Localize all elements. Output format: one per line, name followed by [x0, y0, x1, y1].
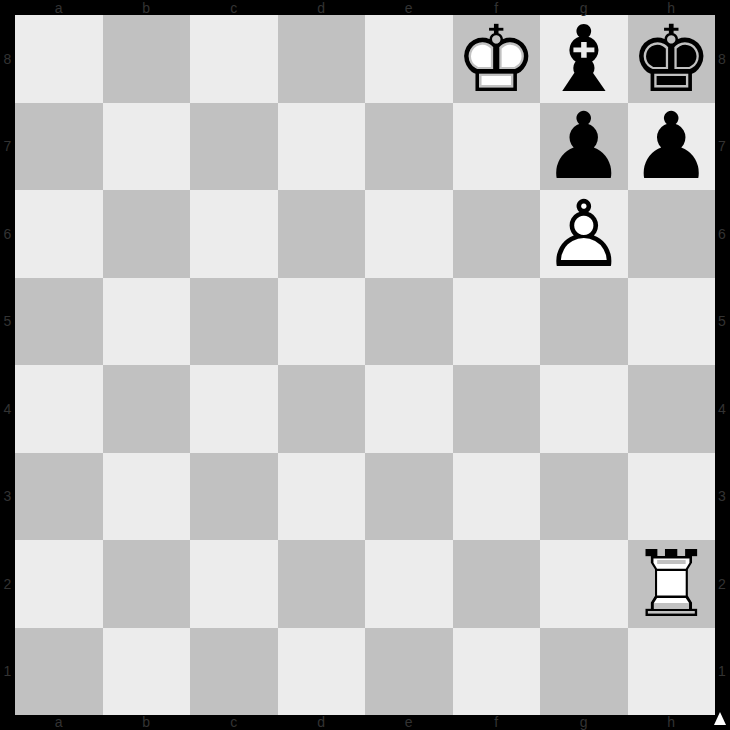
coord-label-top-h: h — [628, 0, 716, 15]
coord-label-bottom-h: h — [628, 714, 716, 730]
coord-label-bottom-e: e — [365, 714, 453, 730]
chess-diagram: ♚♔♝♚♟♟♟♙♜♖ aabbccddeeffgghh8877665544332… — [0, 0, 730, 730]
white-rook[interactable]: ♜♖ — [628, 540, 716, 628]
black-king[interactable]: ♚ — [628, 15, 716, 103]
square-g4[interactable] — [540, 365, 628, 453]
coord-label-right-1: 1 — [714, 628, 730, 716]
square-c5[interactable] — [190, 278, 278, 366]
coord-label-right-8: 8 — [714, 15, 730, 103]
square-h1[interactable] — [628, 628, 716, 716]
coord-label-left-6: 6 — [0, 190, 15, 278]
square-a6[interactable] — [15, 190, 103, 278]
coord-label-top-c: c — [190, 0, 278, 15]
coord-label-left-1: 1 — [0, 628, 15, 716]
coord-label-left-3: 3 — [0, 453, 15, 541]
coord-label-bottom-b: b — [103, 714, 191, 730]
square-h5[interactable] — [628, 278, 716, 366]
coord-label-left-4: 4 — [0, 365, 15, 453]
square-d5[interactable] — [278, 278, 366, 366]
square-h2[interactable]: ♜♖ — [628, 540, 716, 628]
black-pawn[interactable]: ♟ — [628, 103, 716, 191]
coord-label-top-e: e — [365, 0, 453, 15]
square-h8[interactable]: ♚ — [628, 15, 716, 103]
square-c6[interactable] — [190, 190, 278, 278]
coord-label-top-a: a — [15, 0, 103, 15]
black-bishop[interactable]: ♝ — [540, 15, 628, 103]
square-d7[interactable] — [278, 103, 366, 191]
coord-label-bottom-d: d — [278, 714, 366, 730]
square-b1[interactable] — [103, 628, 191, 716]
square-h6[interactable] — [628, 190, 716, 278]
coord-label-top-b: b — [103, 0, 191, 15]
square-a5[interactable] — [15, 278, 103, 366]
coord-label-top-d: d — [278, 0, 366, 15]
square-b4[interactable] — [103, 365, 191, 453]
square-f2[interactable] — [453, 540, 541, 628]
square-e5[interactable] — [365, 278, 453, 366]
coord-label-bottom-f: f — [453, 714, 541, 730]
square-d8[interactable] — [278, 15, 366, 103]
square-g1[interactable] — [540, 628, 628, 716]
square-a4[interactable] — [15, 365, 103, 453]
black-bishop-glyph: ♝ — [543, 14, 625, 106]
coord-label-left-2: 2 — [0, 540, 15, 628]
square-g8[interactable]: ♝ — [540, 15, 628, 103]
square-a7[interactable] — [15, 103, 103, 191]
coord-label-right-6: 6 — [714, 190, 730, 278]
coord-label-left-5: 5 — [0, 278, 15, 366]
square-a2[interactable] — [15, 540, 103, 628]
coord-label-right-7: 7 — [714, 103, 730, 191]
square-b6[interactable] — [103, 190, 191, 278]
square-b3[interactable] — [103, 453, 191, 541]
black-pawn[interactable]: ♟ — [540, 103, 628, 191]
coord-label-top-f: f — [453, 0, 541, 15]
black-pawn-glyph: ♟ — [630, 101, 712, 193]
square-d6[interactable] — [278, 190, 366, 278]
square-f3[interactable] — [453, 453, 541, 541]
coord-label-bottom-c: c — [190, 714, 278, 730]
square-g3[interactable] — [540, 453, 628, 541]
square-f8[interactable]: ♚♔ — [453, 15, 541, 103]
white-king[interactable]: ♚♔ — [453, 15, 541, 103]
square-g2[interactable] — [540, 540, 628, 628]
square-e6[interactable] — [365, 190, 453, 278]
square-a8[interactable] — [15, 15, 103, 103]
square-e2[interactable] — [365, 540, 453, 628]
square-d2[interactable] — [278, 540, 366, 628]
white-pawn[interactable]: ♟♙ — [540, 190, 628, 278]
white-king-outline-glyph: ♔ — [455, 14, 537, 106]
coord-label-top-g: g — [540, 0, 628, 15]
square-g7[interactable]: ♟ — [540, 103, 628, 191]
coord-label-bottom-a: a — [15, 714, 103, 730]
square-c7[interactable] — [190, 103, 278, 191]
square-d4[interactable] — [278, 365, 366, 453]
white-pawn-outline-glyph: ♙ — [543, 189, 625, 281]
square-h3[interactable] — [628, 453, 716, 541]
square-c3[interactable] — [190, 453, 278, 541]
square-b2[interactable] — [103, 540, 191, 628]
coord-label-left-7: 7 — [0, 103, 15, 191]
square-b8[interactable] — [103, 15, 191, 103]
square-f4[interactable] — [453, 365, 541, 453]
coord-label-right-2: 2 — [714, 540, 730, 628]
square-b7[interactable] — [103, 103, 191, 191]
coord-label-bottom-g: g — [540, 714, 628, 730]
square-g5[interactable] — [540, 278, 628, 366]
coord-label-right-4: 4 — [714, 365, 730, 453]
square-e8[interactable] — [365, 15, 453, 103]
square-e4[interactable] — [365, 365, 453, 453]
black-pawn-glyph: ♟ — [543, 101, 625, 193]
coord-label-right-3: 3 — [714, 453, 730, 541]
white-rook-outline-glyph: ♖ — [630, 539, 712, 631]
square-f1[interactable] — [453, 628, 541, 716]
square-d1[interactable] — [278, 628, 366, 716]
square-e1[interactable] — [365, 628, 453, 716]
square-e7[interactable] — [365, 103, 453, 191]
square-f7[interactable] — [453, 103, 541, 191]
square-c4[interactable] — [190, 365, 278, 453]
square-b5[interactable] — [103, 278, 191, 366]
chess-board: ♚♔♝♚♟♟♟♙♜♖ — [15, 15, 715, 715]
coord-label-right-5: 5 — [714, 278, 730, 366]
square-f5[interactable] — [453, 278, 541, 366]
square-h4[interactable] — [628, 365, 716, 453]
black-king-glyph: ♚ — [630, 14, 712, 106]
square-f6[interactable] — [453, 190, 541, 278]
coord-label-left-8: 8 — [0, 15, 15, 103]
square-g6[interactable]: ♟♙ — [540, 190, 628, 278]
square-c2[interactable] — [190, 540, 278, 628]
square-h7[interactable]: ♟ — [628, 103, 716, 191]
square-a3[interactable] — [15, 453, 103, 541]
square-a1[interactable] — [15, 628, 103, 716]
square-d3[interactable] — [278, 453, 366, 541]
square-c1[interactable] — [190, 628, 278, 716]
square-e3[interactable] — [365, 453, 453, 541]
square-c8[interactable] — [190, 15, 278, 103]
